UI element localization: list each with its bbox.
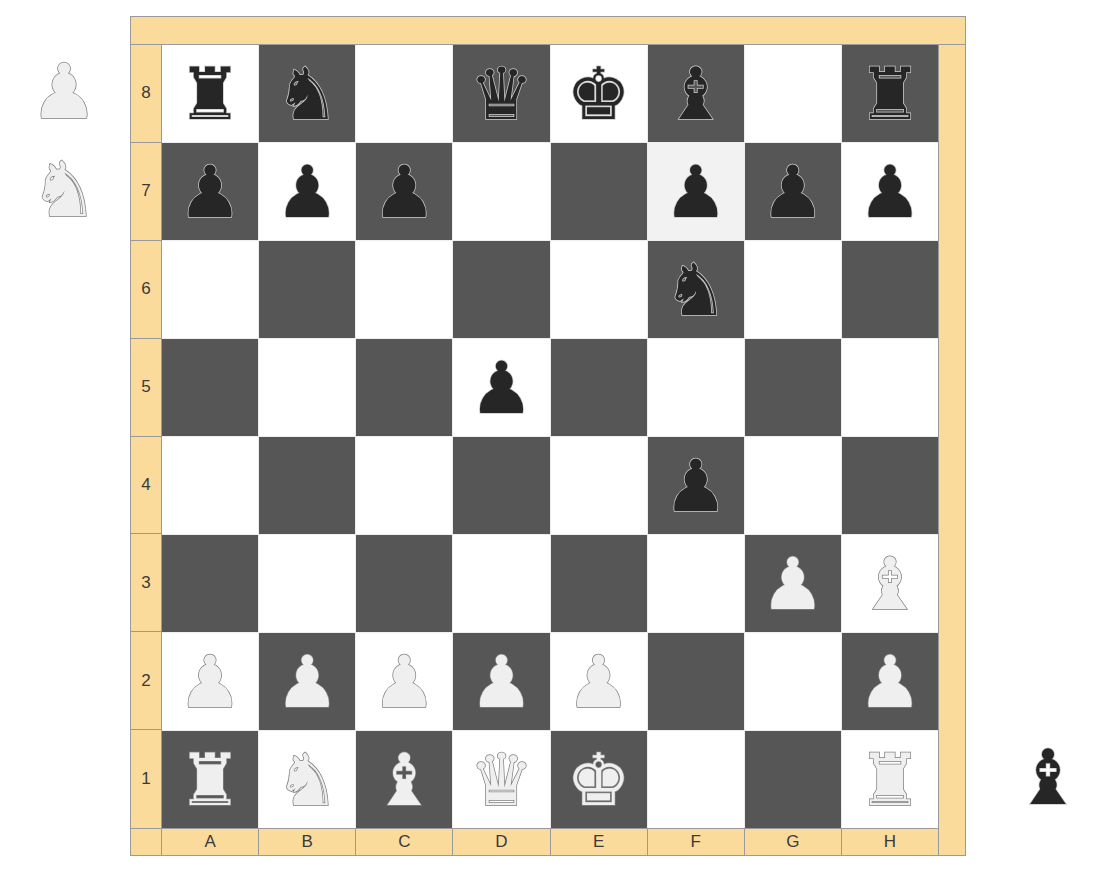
square-c4[interactable] (356, 437, 452, 534)
square-a4[interactable] (162, 437, 258, 534)
square-a1[interactable]: ♜ (162, 731, 258, 828)
board-frame-top-strip (131, 17, 965, 45)
white-knight[interactable]: ♞ (275, 744, 340, 816)
square-b3[interactable] (259, 535, 355, 632)
square-b2[interactable]: ♟ (259, 633, 355, 730)
chess-app: ♟♞ 87654321 ♜♞♛♚♝♜♟♟♟♟♟♟♞♟♟♟♝♟♟♟♟♟♟♜♞♝♛♚… (0, 0, 1106, 874)
white-rook[interactable]: ♜ (858, 744, 923, 816)
file-label-a: A (161, 829, 258, 855)
square-h7[interactable]: ♟ (842, 143, 938, 240)
file-label-g: G (744, 829, 841, 855)
black-pawn[interactable]: ♟ (858, 156, 923, 228)
white-pawn[interactable]: ♟ (178, 646, 243, 718)
square-g2[interactable] (745, 633, 841, 730)
square-d8[interactable]: ♛ (453, 45, 549, 142)
square-d4[interactable] (453, 437, 549, 534)
square-d3[interactable] (453, 535, 549, 632)
square-b7[interactable]: ♟ (259, 143, 355, 240)
square-b5[interactable] (259, 339, 355, 436)
square-b4[interactable] (259, 437, 355, 534)
rank-label-2: 2 (131, 632, 161, 730)
black-knight[interactable]: ♞ (663, 254, 728, 326)
square-b8[interactable]: ♞ (259, 45, 355, 142)
file-label-f: F (647, 829, 744, 855)
square-g6[interactable] (745, 241, 841, 338)
file-labels-row: ABCDEFGH (131, 828, 938, 855)
square-f4[interactable]: ♟ (648, 437, 744, 534)
rank-label-6: 6 (131, 241, 161, 339)
black-pawn[interactable]: ♟ (275, 156, 340, 228)
black-pawn[interactable]: ♟ (469, 352, 534, 424)
black-rook[interactable]: ♜ (178, 58, 243, 130)
square-f7[interactable]: ♟ (648, 143, 744, 240)
square-g7[interactable]: ♟ (745, 143, 841, 240)
square-f5[interactable] (648, 339, 744, 436)
captured-white-pieces-tray: ♟♞ (18, 45, 110, 237)
square-h1[interactable]: ♜ (842, 731, 938, 828)
file-label-d: D (452, 829, 549, 855)
black-pawn[interactable]: ♟ (178, 156, 243, 228)
square-c3[interactable] (356, 535, 452, 632)
square-c5[interactable] (356, 339, 452, 436)
square-e2[interactable]: ♟ (551, 633, 647, 730)
square-e1[interactable]: ♚ (551, 731, 647, 828)
white-pawn[interactable]: ♟ (469, 646, 534, 718)
black-rook[interactable]: ♜ (858, 58, 923, 130)
white-king[interactable]: ♚ (566, 744, 631, 816)
square-d5[interactable]: ♟ (453, 339, 549, 436)
square-f6[interactable]: ♞ (648, 241, 744, 338)
black-pawn[interactable]: ♟ (761, 156, 826, 228)
square-d2[interactable]: ♟ (453, 633, 549, 730)
square-f3[interactable] (648, 535, 744, 632)
black-pawn[interactable]: ♟ (663, 156, 728, 228)
rank-label-8: 8 (131, 45, 161, 143)
square-c6[interactable] (356, 241, 452, 338)
white-pawn[interactable]: ♟ (858, 646, 923, 718)
chess-board-frame: 87654321 ♜♞♛♚♝♜♟♟♟♟♟♟♞♟♟♟♝♟♟♟♟♟♟♜♞♝♛♚♜ A… (130, 16, 966, 856)
square-h5[interactable] (842, 339, 938, 436)
square-f8[interactable]: ♝ (648, 45, 744, 142)
black-pawn[interactable]: ♟ (663, 450, 728, 522)
square-a5[interactable] (162, 339, 258, 436)
square-c7[interactable]: ♟ (356, 143, 452, 240)
square-b1[interactable]: ♞ (259, 731, 355, 828)
square-h8[interactable]: ♜ (842, 45, 938, 142)
white-queen[interactable]: ♛ (469, 744, 534, 816)
rank-label-3: 3 (131, 534, 161, 632)
square-g3[interactable]: ♟ (745, 535, 841, 632)
square-a3[interactable] (162, 535, 258, 632)
black-bishop[interactable]: ♝ (663, 58, 728, 130)
square-c8[interactable] (356, 45, 452, 142)
captured-white-pawn: ♟ (30, 45, 98, 139)
square-g8[interactable] (745, 45, 841, 142)
square-e8[interactable]: ♚ (551, 45, 647, 142)
white-pawn[interactable]: ♟ (566, 646, 631, 718)
white-pawn[interactable]: ♟ (761, 548, 826, 620)
square-d7[interactable] (453, 143, 549, 240)
rank-label-4: 4 (131, 437, 161, 535)
rank-label-1: 1 (131, 730, 161, 828)
black-king[interactable]: ♚ (566, 58, 631, 130)
black-knight[interactable]: ♞ (275, 58, 340, 130)
file-label-b: B (258, 829, 355, 855)
file-label-e: E (550, 829, 647, 855)
square-g5[interactable] (745, 339, 841, 436)
captured-black-pieces-tray: ♝ (1002, 728, 1094, 828)
square-g4[interactable] (745, 437, 841, 534)
square-a7[interactable]: ♟ (162, 143, 258, 240)
white-bishop[interactable]: ♝ (372, 744, 437, 816)
square-e5[interactable] (551, 339, 647, 436)
white-pawn[interactable]: ♟ (372, 646, 437, 718)
square-e3[interactable] (551, 535, 647, 632)
square-g1[interactable] (745, 731, 841, 828)
square-e6[interactable] (551, 241, 647, 338)
white-knight: ♞ (30, 152, 98, 228)
square-h6[interactable] (842, 241, 938, 338)
square-b6[interactable] (259, 241, 355, 338)
white-pawn: ♟ (30, 54, 98, 130)
square-c2[interactable]: ♟ (356, 633, 452, 730)
square-e4[interactable] (551, 437, 647, 534)
black-queen[interactable]: ♛ (469, 58, 534, 130)
rank-label-5: 5 (131, 339, 161, 437)
board-frame-right-strip (938, 45, 965, 855)
file-label-h: H (841, 829, 938, 855)
square-f1[interactable] (648, 731, 744, 828)
square-e7[interactable] (551, 143, 647, 240)
frame-corner-cell (131, 829, 161, 855)
black-bishop: ♝ (1014, 740, 1082, 816)
square-a2[interactable]: ♟ (162, 633, 258, 730)
rank-labels-column: 87654321 (131, 45, 161, 828)
square-f2[interactable] (648, 633, 744, 730)
square-a8[interactable]: ♜ (162, 45, 258, 142)
chess-board[interactable]: ♜♞♛♚♝♜♟♟♟♟♟♟♞♟♟♟♝♟♟♟♟♟♟♜♞♝♛♚♜ (161, 45, 938, 828)
square-d6[interactable] (453, 241, 549, 338)
file-label-c: C (355, 829, 452, 855)
square-d1[interactable]: ♛ (453, 731, 549, 828)
captured-white-knight: ♞ (30, 143, 98, 237)
black-pawn[interactable]: ♟ (372, 156, 437, 228)
white-pawn[interactable]: ♟ (275, 646, 340, 718)
white-rook[interactable]: ♜ (178, 744, 243, 816)
square-h3[interactable]: ♝ (842, 535, 938, 632)
square-c1[interactable]: ♝ (356, 731, 452, 828)
square-h2[interactable]: ♟ (842, 633, 938, 730)
square-h4[interactable] (842, 437, 938, 534)
square-a6[interactable] (162, 241, 258, 338)
white-bishop[interactable]: ♝ (858, 548, 923, 620)
rank-label-7: 7 (131, 143, 161, 241)
